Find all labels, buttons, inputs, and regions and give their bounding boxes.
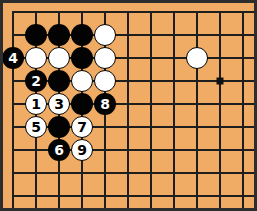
stone-black [48, 116, 70, 138]
grid-horizontal-line [12, 195, 257, 197]
grid-vertical-line [173, 11, 175, 211]
grid-vertical-line [196, 11, 198, 211]
stone-white [186, 47, 208, 69]
grid-vertical-line [219, 11, 221, 211]
stone-black [71, 93, 93, 115]
grid-horizontal-line [12, 11, 257, 13]
stone-black-4: 4 [2, 47, 24, 69]
stone-white-1: 1 [25, 93, 47, 115]
stone-black [71, 47, 93, 69]
stone-black [48, 24, 70, 46]
stone-black-6: 6 [48, 139, 70, 161]
stone-white [48, 47, 70, 69]
go-board-diagram: 421385769 [0, 0, 257, 211]
stone-white [94, 24, 116, 46]
marked-point-square [217, 78, 224, 85]
stone-white-5: 5 [25, 116, 47, 138]
stone-white [94, 70, 116, 92]
stone-black [25, 24, 47, 46]
stone-black-8: 8 [94, 93, 116, 115]
stone-white [94, 47, 116, 69]
stone-white-7: 7 [71, 116, 93, 138]
stone-black [71, 24, 93, 46]
grid-horizontal-line [12, 172, 257, 174]
grid-vertical-line [12, 11, 14, 211]
stone-white-3: 3 [48, 93, 70, 115]
stone-white [71, 70, 93, 92]
grid-vertical-line [150, 11, 152, 211]
stone-white-9: 9 [71, 139, 93, 161]
grid-vertical-line [127, 11, 129, 211]
stone-white [25, 47, 47, 69]
stone-black-2: 2 [25, 70, 47, 92]
stone-black [48, 70, 70, 92]
grid-vertical-line [242, 11, 244, 211]
